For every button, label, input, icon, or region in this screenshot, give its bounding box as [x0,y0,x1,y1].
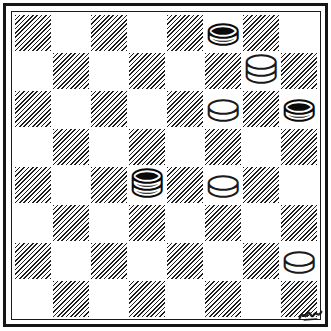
dark-square-r2c0 [14,90,52,128]
square-8[interactable]: ⛁ [242,52,280,90]
dark-square-r6c4 [166,242,204,280]
white-king-square-8[interactable]: ⛁ [244,51,278,89]
dark-square-r4c2 [90,166,128,204]
square-15[interactable] [166,128,204,166]
square-21[interactable] [14,204,52,242]
dark-square-r2c2 [90,90,128,128]
square-20[interactable] [280,166,318,204]
square-25[interactable] [52,242,90,280]
square-13[interactable] [14,128,52,166]
board: ⛂⛁⛀⛂⛃⛀⛀ [14,14,318,318]
dark-square-r5c5 [204,204,242,242]
dark-square-r3c1 [52,128,90,166]
checkers-diagram-page: ⛂⛁⛀⛂⛃⛀⛀ [0,0,331,331]
black-man-square-12[interactable]: ⛂ [282,89,316,127]
dark-square-r2c6 [242,90,280,128]
dark-square-r1c3 [128,52,166,90]
square-11[interactable]: ⛀ [204,90,242,128]
square-32[interactable] [242,280,280,318]
square-24[interactable] [242,204,280,242]
square-31[interactable] [166,280,204,318]
square-10[interactable] [128,90,166,128]
square-7[interactable] [166,52,204,90]
square-9[interactable] [52,90,90,128]
square-23[interactable] [166,204,204,242]
dark-square-r3c7 [280,128,318,166]
dark-square-r2c4 [166,90,204,128]
dark-square-r0c0 [14,14,52,52]
black-king-square-18[interactable]: ⛃ [130,165,164,203]
engraver-signature-mark [297,305,324,324]
square-16[interactable] [242,128,280,166]
square-5[interactable] [14,52,52,90]
square-28[interactable]: ⛀ [280,242,318,280]
dark-square-r4c6 [242,166,280,204]
black-man-square-3[interactable]: ⛂ [206,13,240,51]
dark-square-r0c2 [90,14,128,52]
dark-square-r4c0 [14,166,52,204]
square-17[interactable] [52,166,90,204]
white-man-square-11[interactable]: ⛀ [206,89,240,127]
square-19[interactable]: ⛀ [204,166,242,204]
dark-square-r6c0 [14,242,52,280]
square-12[interactable]: ⛂ [280,90,318,128]
dark-square-r7c1 [52,280,90,318]
square-29[interactable] [14,280,52,318]
dark-square-r6c2 [90,242,128,280]
dark-square-r7c5 [204,280,242,318]
square-22[interactable] [90,204,128,242]
square-3[interactable]: ⛂ [204,14,242,52]
square-4[interactable] [280,14,318,52]
square-6[interactable] [90,52,128,90]
white-man-square-28[interactable]: ⛀ [282,241,316,279]
dark-square-r0c4 [166,14,204,52]
square-30[interactable] [90,280,128,318]
square-1[interactable] [52,14,90,52]
dark-square-r1c1 [52,52,90,90]
dark-square-r5c1 [52,204,90,242]
square-27[interactable] [204,242,242,280]
square-14[interactable] [90,128,128,166]
dark-square-r4c4 [166,166,204,204]
dark-square-r7c3 [128,280,166,318]
square-18[interactable]: ⛃ [128,166,166,204]
square-26[interactable] [128,242,166,280]
white-man-square-19[interactable]: ⛀ [206,165,240,203]
square-2[interactable] [128,14,166,52]
dark-square-r5c3 [128,204,166,242]
dark-square-r6c6 [242,242,280,280]
